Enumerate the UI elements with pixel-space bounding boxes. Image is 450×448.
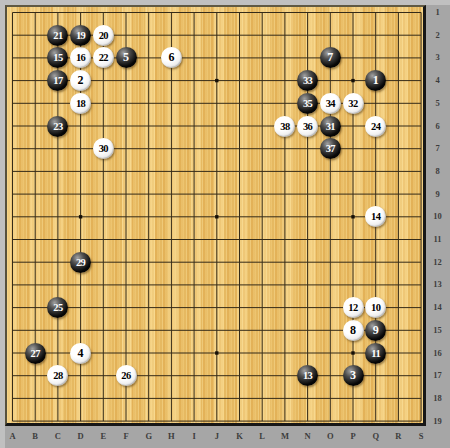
row-label-12: 12 <box>427 257 448 268</box>
column-label-F: F <box>118 431 134 443</box>
move-number: 31 <box>320 116 341 137</box>
move-number: 2 <box>70 70 91 91</box>
move-number: 17 <box>47 70 68 91</box>
move-number: 33 <box>297 70 318 91</box>
stone-black-7: 7 <box>320 47 341 68</box>
row-label-11: 11 <box>427 234 448 245</box>
row-label-6: 6 <box>427 121 448 132</box>
stone-black-11: 11 <box>365 343 386 364</box>
row-label-15: 15 <box>427 325 448 336</box>
stone-white-10: 10 <box>365 297 386 318</box>
stone-white-14: 14 <box>365 206 386 227</box>
stone-white-36: 36 <box>297 116 318 137</box>
row-label-18: 18 <box>427 393 448 404</box>
column-label-K: K <box>232 431 248 443</box>
move-number: 20 <box>93 25 114 46</box>
stone-black-21: 21 <box>47 25 68 46</box>
move-number: 24 <box>365 116 386 137</box>
stone-white-38: 38 <box>274 116 295 137</box>
column-label-J: J <box>209 431 225 443</box>
stone-black-17: 17 <box>47 70 68 91</box>
column-label-D: D <box>73 431 89 443</box>
stone-white-24: 24 <box>365 116 386 137</box>
row-label-7: 7 <box>427 143 448 154</box>
row-label-1: 1 <box>427 7 448 18</box>
stone-black-33: 33 <box>297 70 318 91</box>
stone-black-3: 3 <box>343 365 364 386</box>
row-label-8: 8 <box>427 166 448 177</box>
stone-white-30: 30 <box>93 138 114 159</box>
stone-white-22: 22 <box>93 47 114 68</box>
column-label-G: G <box>141 431 157 443</box>
stone-white-32: 32 <box>343 93 364 114</box>
stone-black-1: 1 <box>365 70 386 91</box>
row-label-4: 4 <box>427 75 448 86</box>
move-number: 12 <box>343 297 364 318</box>
move-number: 35 <box>297 93 318 114</box>
move-number: 25 <box>47 297 68 318</box>
row-label-5: 5 <box>427 98 448 109</box>
move-number: 10 <box>365 297 386 318</box>
move-number: 11 <box>365 343 386 364</box>
stone-white-4: 4 <box>70 343 91 364</box>
stone-white-6: 6 <box>161 47 182 68</box>
move-number: 21 <box>47 25 68 46</box>
column-label-Q: Q <box>368 431 384 443</box>
move-number: 19 <box>70 25 91 46</box>
column-label-A: A <box>5 431 21 443</box>
stone-black-19: 19 <box>70 25 91 46</box>
move-number: 18 <box>70 93 91 114</box>
column-label-E: E <box>95 431 111 443</box>
stone-white-16: 16 <box>70 47 91 68</box>
move-number: 37 <box>320 138 341 159</box>
move-number: 14 <box>365 206 386 227</box>
stone-black-37: 37 <box>320 138 341 159</box>
go-kifu-diagram: 1234567891011121314151617181920212223242… <box>0 0 450 448</box>
column-label-B: B <box>27 431 43 443</box>
column-label-I: I <box>186 431 202 443</box>
row-label-19: 19 <box>427 416 448 427</box>
row-label-16: 16 <box>427 348 448 359</box>
move-number: 34 <box>320 93 341 114</box>
row-label-9: 9 <box>427 189 448 200</box>
stone-black-31: 31 <box>320 116 341 137</box>
move-number: 5 <box>116 47 137 68</box>
stone-black-23: 23 <box>47 116 68 137</box>
stone-white-20: 20 <box>93 25 114 46</box>
move-number: 15 <box>47 47 68 68</box>
stone-white-2: 2 <box>70 70 91 91</box>
stone-black-15: 15 <box>47 47 68 68</box>
column-label-H: H <box>163 431 179 443</box>
move-number: 8 <box>343 320 364 341</box>
stone-white-8: 8 <box>343 320 364 341</box>
column-label-L: L <box>254 431 270 443</box>
row-label-17: 17 <box>427 370 448 381</box>
column-label-S: S <box>413 431 429 443</box>
column-label-M: M <box>277 431 293 443</box>
move-number: 23 <box>47 116 68 137</box>
move-number: 16 <box>70 47 91 68</box>
move-number: 30 <box>93 138 114 159</box>
stone-black-13: 13 <box>297 365 318 386</box>
stone-white-34: 34 <box>320 93 341 114</box>
move-number: 7 <box>320 47 341 68</box>
move-number: 1 <box>365 70 386 91</box>
move-number: 22 <box>93 47 114 68</box>
move-number: 13 <box>297 365 318 386</box>
move-number: 3 <box>343 365 364 386</box>
move-number: 6 <box>161 47 182 68</box>
stone-white-12: 12 <box>343 297 364 318</box>
stone-black-27: 27 <box>25 343 46 364</box>
move-number: 28 <box>47 365 68 386</box>
stone-white-26: 26 <box>116 365 137 386</box>
column-label-P: P <box>345 431 361 443</box>
row-label-3: 3 <box>427 52 448 63</box>
move-number: 27 <box>25 343 46 364</box>
move-number: 36 <box>297 116 318 137</box>
column-label-R: R <box>390 431 406 443</box>
stone-black-29: 29 <box>70 252 91 273</box>
column-label-O: O <box>322 431 338 443</box>
stone-black-25: 25 <box>47 297 68 318</box>
move-number: 29 <box>70 252 91 273</box>
move-number: 9 <box>365 320 386 341</box>
row-label-2: 2 <box>427 30 448 41</box>
move-number: 38 <box>274 116 295 137</box>
move-number: 32 <box>343 93 364 114</box>
stone-white-18: 18 <box>70 93 91 114</box>
row-label-14: 14 <box>427 302 448 313</box>
column-label-N: N <box>300 431 316 443</box>
column-label-C: C <box>50 431 66 443</box>
row-label-10: 10 <box>427 211 448 222</box>
stone-black-35: 35 <box>297 93 318 114</box>
move-number: 4 <box>70 343 91 364</box>
stone-black-5: 5 <box>116 47 137 68</box>
row-label-13: 13 <box>427 279 448 290</box>
move-number: 26 <box>116 365 137 386</box>
stone-white-28: 28 <box>47 365 68 386</box>
stone-black-9: 9 <box>365 320 386 341</box>
